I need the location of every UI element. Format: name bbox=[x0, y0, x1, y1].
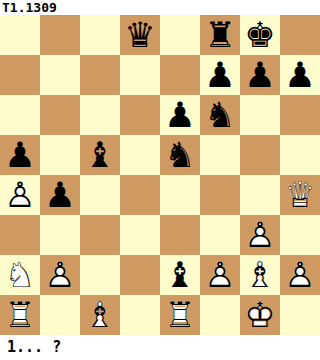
square-c3[interactable] bbox=[80, 215, 120, 255]
square-f7[interactable]: ♟ bbox=[200, 55, 240, 95]
square-c8[interactable] bbox=[80, 15, 120, 55]
square-e2[interactable]: ♝ bbox=[160, 255, 200, 295]
square-d7[interactable] bbox=[120, 55, 160, 95]
square-d5[interactable] bbox=[120, 135, 160, 175]
piece-white-queen: ♛♕ bbox=[280, 175, 320, 215]
square-a8[interactable] bbox=[0, 15, 40, 55]
white-piece-outline: ♙ bbox=[40, 255, 80, 295]
square-e1[interactable]: ♜♖ bbox=[160, 295, 200, 335]
square-d2[interactable] bbox=[120, 255, 160, 295]
white-piece-outline: ♙ bbox=[0, 175, 40, 215]
white-piece-outline: ♗ bbox=[80, 295, 120, 335]
square-d3[interactable] bbox=[120, 215, 160, 255]
piece-white-knight: ♞♘ bbox=[0, 255, 40, 295]
square-b2[interactable]: ♟♙ bbox=[40, 255, 80, 295]
square-h7[interactable]: ♟ bbox=[280, 55, 320, 95]
square-a4[interactable]: ♟♙ bbox=[0, 175, 40, 215]
square-b6[interactable] bbox=[40, 95, 80, 135]
square-e8[interactable] bbox=[160, 15, 200, 55]
square-h6[interactable] bbox=[280, 95, 320, 135]
square-b8[interactable] bbox=[40, 15, 80, 55]
square-e3[interactable] bbox=[160, 215, 200, 255]
square-c2[interactable] bbox=[80, 255, 120, 295]
square-f8[interactable]: ♜ bbox=[200, 15, 240, 55]
square-d1[interactable] bbox=[120, 295, 160, 335]
piece-black-pawn: ♟ bbox=[40, 175, 80, 215]
square-d6[interactable] bbox=[120, 95, 160, 135]
white-piece-outline: ♙ bbox=[280, 255, 320, 295]
square-c5[interactable]: ♝ bbox=[80, 135, 120, 175]
white-piece-outline: ♖ bbox=[0, 295, 40, 335]
piece-black-bishop: ♝ bbox=[160, 255, 200, 295]
square-b4[interactable]: ♟ bbox=[40, 175, 80, 215]
square-h3[interactable] bbox=[280, 215, 320, 255]
puzzle-id: T1.1309 bbox=[0, 0, 320, 15]
square-b5[interactable] bbox=[40, 135, 80, 175]
square-g7[interactable]: ♟ bbox=[240, 55, 280, 95]
square-h5[interactable] bbox=[280, 135, 320, 175]
square-g2[interactable]: ♝♗ bbox=[240, 255, 280, 295]
square-f5[interactable] bbox=[200, 135, 240, 175]
square-b1[interactable] bbox=[40, 295, 80, 335]
square-e7[interactable] bbox=[160, 55, 200, 95]
white-piece-outline: ♔ bbox=[240, 295, 280, 335]
piece-white-rook: ♜♖ bbox=[0, 295, 40, 335]
piece-white-rook: ♜♖ bbox=[160, 295, 200, 335]
square-e4[interactable] bbox=[160, 175, 200, 215]
piece-black-pawn: ♟ bbox=[200, 55, 240, 95]
piece-white-pawn: ♟♙ bbox=[0, 175, 40, 215]
square-f4[interactable] bbox=[200, 175, 240, 215]
piece-white-pawn: ♟♙ bbox=[240, 215, 280, 255]
square-g3[interactable]: ♟♙ bbox=[240, 215, 280, 255]
square-d4[interactable] bbox=[120, 175, 160, 215]
white-piece-outline: ♗ bbox=[240, 255, 280, 295]
square-a7[interactable] bbox=[0, 55, 40, 95]
piece-black-pawn: ♟ bbox=[280, 55, 320, 95]
square-a6[interactable] bbox=[0, 95, 40, 135]
square-h4[interactable]: ♛♕ bbox=[280, 175, 320, 215]
piece-black-bishop: ♝ bbox=[80, 135, 120, 175]
piece-black-queen: ♛ bbox=[120, 15, 160, 55]
square-c4[interactable] bbox=[80, 175, 120, 215]
square-g5[interactable] bbox=[240, 135, 280, 175]
move-prompt: 1... ? bbox=[0, 335, 320, 360]
piece-white-pawn: ♟♙ bbox=[200, 255, 240, 295]
square-c7[interactable] bbox=[80, 55, 120, 95]
piece-white-bishop: ♝♗ bbox=[80, 295, 120, 335]
square-e5[interactable]: ♞ bbox=[160, 135, 200, 175]
square-a2[interactable]: ♞♘ bbox=[0, 255, 40, 295]
piece-white-pawn: ♟♙ bbox=[280, 255, 320, 295]
piece-black-pawn: ♟ bbox=[160, 95, 200, 135]
square-a1[interactable]: ♜♖ bbox=[0, 295, 40, 335]
square-e6[interactable]: ♟ bbox=[160, 95, 200, 135]
square-f3[interactable] bbox=[200, 215, 240, 255]
piece-black-king: ♚ bbox=[240, 15, 280, 55]
piece-white-king: ♚♔ bbox=[240, 295, 280, 335]
square-f2[interactable]: ♟♙ bbox=[200, 255, 240, 295]
square-g4[interactable] bbox=[240, 175, 280, 215]
square-f6[interactable]: ♞ bbox=[200, 95, 240, 135]
piece-white-bishop: ♝♗ bbox=[240, 255, 280, 295]
white-piece-outline: ♖ bbox=[160, 295, 200, 335]
square-b7[interactable] bbox=[40, 55, 80, 95]
square-h1[interactable] bbox=[280, 295, 320, 335]
square-h8[interactable] bbox=[280, 15, 320, 55]
square-g6[interactable] bbox=[240, 95, 280, 135]
square-c6[interactable] bbox=[80, 95, 120, 135]
square-a5[interactable]: ♟ bbox=[0, 135, 40, 175]
piece-black-knight: ♞ bbox=[200, 95, 240, 135]
piece-white-pawn: ♟♙ bbox=[40, 255, 80, 295]
white-piece-outline: ♘ bbox=[0, 255, 40, 295]
white-piece-outline: ♙ bbox=[240, 215, 280, 255]
square-c1[interactable]: ♝♗ bbox=[80, 295, 120, 335]
square-g8[interactable]: ♚ bbox=[240, 15, 280, 55]
white-piece-outline: ♙ bbox=[200, 255, 240, 295]
square-d8[interactable]: ♛ bbox=[120, 15, 160, 55]
square-a3[interactable] bbox=[0, 215, 40, 255]
square-f1[interactable] bbox=[200, 295, 240, 335]
square-g1[interactable]: ♚♔ bbox=[240, 295, 280, 335]
square-h2[interactable]: ♟♙ bbox=[280, 255, 320, 295]
piece-black-pawn: ♟ bbox=[240, 55, 280, 95]
square-b3[interactable] bbox=[40, 215, 80, 255]
piece-black-pawn: ♟ bbox=[0, 135, 40, 175]
piece-black-knight: ♞ bbox=[160, 135, 200, 175]
chess-board: ♛♜♚♟♟♟♟♞♟♝♞♟♙♟♛♕♟♙♞♘♟♙♝♟♙♝♗♟♙♜♖♝♗♜♖♚♔ bbox=[0, 15, 320, 335]
piece-black-rook: ♜ bbox=[200, 15, 240, 55]
white-piece-outline: ♕ bbox=[280, 175, 320, 215]
